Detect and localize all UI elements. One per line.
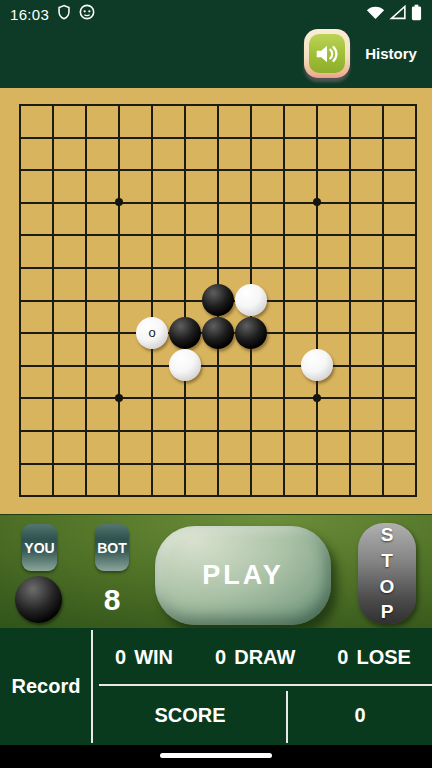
stone-black (235, 317, 267, 349)
divider (99, 684, 432, 686)
score-label: SCORE (94, 688, 286, 742)
you-button[interactable]: YOU (22, 524, 57, 571)
stone-white (235, 284, 267, 316)
stop-letter: O (380, 575, 395, 599)
stone-black (202, 317, 234, 349)
status-bar-right (366, 4, 422, 25)
app-screen: 16:03 (0, 0, 432, 768)
stone-black (202, 284, 234, 316)
record-title: Record (0, 628, 92, 745)
lose-label: LOSE (356, 646, 410, 669)
win-stat: 0 WIN (115, 646, 173, 669)
battery-icon (411, 4, 422, 25)
stone-black (169, 317, 201, 349)
speaker-icon (309, 34, 345, 73)
clock: 16:03 (10, 6, 49, 23)
stone-white: o (136, 317, 168, 349)
control-panel: YOU BOT 8 PLAY S T O P (0, 514, 432, 628)
last-move-marker: o (148, 326, 155, 339)
draw-stat: 0 DRAW (215, 646, 295, 669)
win-label: WIN (134, 646, 173, 669)
record-panel: Record 0 WIN 0 DRAW 0 LOSE SCORE 0 (0, 628, 432, 745)
lose-count: 0 (337, 646, 348, 669)
stop-letter: T (381, 549, 393, 573)
move-count: 8 (95, 583, 129, 617)
wifi-icon (366, 5, 385, 24)
stop-letter: S (381, 523, 394, 547)
star-point (115, 394, 123, 402)
play-button[interactable]: PLAY (155, 526, 331, 625)
stop-letter: P (381, 600, 394, 624)
history-button[interactable]: History (360, 45, 422, 62)
navigation-bar (0, 745, 432, 768)
star-point (313, 394, 321, 402)
status-bar: 16:03 (0, 0, 432, 28)
stats-row: 0 WIN 0 DRAW 0 LOSE (94, 632, 432, 682)
home-indicator[interactable] (160, 753, 272, 758)
signal-icon (389, 5, 407, 24)
draw-count: 0 (215, 646, 226, 669)
draw-label: DRAW (234, 646, 295, 669)
gomoku-board[interactable]: o (0, 88, 432, 514)
sound-button[interactable] (304, 29, 350, 78)
lose-stat: 0 LOSE (337, 646, 411, 669)
player-color-stone (15, 576, 62, 623)
win-count: 0 (115, 646, 126, 669)
score-value: 0 (288, 688, 432, 742)
stop-button[interactable]: S T O P (358, 523, 416, 624)
app-notification-icon (79, 4, 95, 24)
app-header: History (0, 28, 432, 88)
divider (91, 630, 93, 743)
status-bar-left: 16:03 (10, 4, 95, 24)
vpn-shield-icon (57, 4, 71, 24)
bot-button[interactable]: BOT (95, 524, 129, 571)
